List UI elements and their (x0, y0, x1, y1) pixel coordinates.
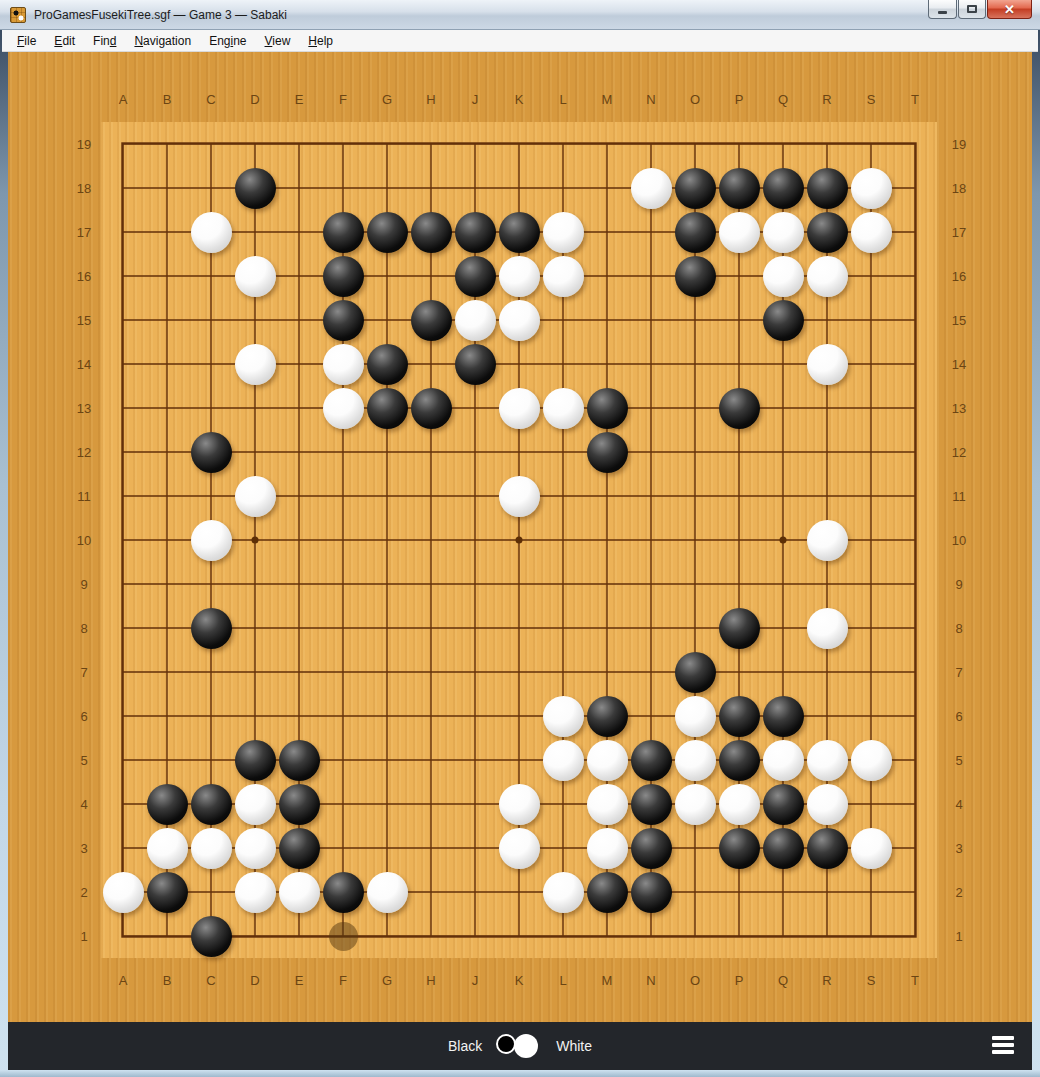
intersection-R15[interactable] (805, 298, 849, 342)
intersection-T4[interactable] (893, 782, 937, 826)
intersection-S3[interactable] (849, 826, 893, 870)
intersection-F13[interactable] (321, 386, 365, 430)
intersection-B12[interactable] (145, 430, 189, 474)
intersection-R6[interactable] (805, 694, 849, 738)
intersection-N11[interactable] (629, 474, 673, 518)
intersection-H2[interactable] (409, 870, 453, 914)
intersection-Q7[interactable] (761, 650, 805, 694)
intersection-M1[interactable] (585, 914, 629, 958)
intersection-J14[interactable] (453, 342, 497, 386)
intersection-M17[interactable] (585, 210, 629, 254)
intersection-B15[interactable] (145, 298, 189, 342)
intersection-G6[interactable] (365, 694, 409, 738)
intersection-G3[interactable] (365, 826, 409, 870)
intersection-T13[interactable] (893, 386, 937, 430)
intersection-L14[interactable] (541, 342, 585, 386)
intersection-G5[interactable] (365, 738, 409, 782)
intersection-N4[interactable] (629, 782, 673, 826)
intersection-D9[interactable] (233, 562, 277, 606)
intersection-G13[interactable] (365, 386, 409, 430)
intersection-O8[interactable] (673, 606, 717, 650)
intersection-N19[interactable] (629, 122, 673, 166)
intersection-E10[interactable] (277, 518, 321, 562)
intersection-D12[interactable] (233, 430, 277, 474)
intersection-O1[interactable] (673, 914, 717, 958)
intersection-O9[interactable] (673, 562, 717, 606)
intersection-D5[interactable] (233, 738, 277, 782)
intersection-C19[interactable] (189, 122, 233, 166)
intersection-M18[interactable] (585, 166, 629, 210)
intersection-K9[interactable] (497, 562, 541, 606)
intersection-O10[interactable] (673, 518, 717, 562)
intersection-K4[interactable] (497, 782, 541, 826)
intersection-Q4[interactable] (761, 782, 805, 826)
intersection-J5[interactable] (453, 738, 497, 782)
intersection-D16[interactable] (233, 254, 277, 298)
intersection-E11[interactable] (277, 474, 321, 518)
intersection-O11[interactable] (673, 474, 717, 518)
intersection-J9[interactable] (453, 562, 497, 606)
intersection-P16[interactable] (717, 254, 761, 298)
intersection-O14[interactable] (673, 342, 717, 386)
menu-help[interactable]: Help (299, 31, 342, 51)
intersection-E16[interactable] (277, 254, 321, 298)
intersection-E5[interactable] (277, 738, 321, 782)
intersection-G7[interactable] (365, 650, 409, 694)
intersection-P5[interactable] (717, 738, 761, 782)
intersection-K17[interactable] (497, 210, 541, 254)
intersection-T11[interactable] (893, 474, 937, 518)
intersection-A5[interactable] (101, 738, 145, 782)
intersection-K15[interactable] (497, 298, 541, 342)
intersection-H19[interactable] (409, 122, 453, 166)
intersection-S2[interactable] (849, 870, 893, 914)
intersection-F5[interactable] (321, 738, 365, 782)
intersection-J15[interactable] (453, 298, 497, 342)
intersection-N3[interactable] (629, 826, 673, 870)
intersection-H1[interactable] (409, 914, 453, 958)
intersection-C6[interactable] (189, 694, 233, 738)
intersection-S9[interactable] (849, 562, 893, 606)
intersection-L12[interactable] (541, 430, 585, 474)
intersection-M2[interactable] (585, 870, 629, 914)
intersection-E1[interactable] (277, 914, 321, 958)
intersection-K3[interactable] (497, 826, 541, 870)
intersection-J6[interactable] (453, 694, 497, 738)
intersection-O18[interactable] (673, 166, 717, 210)
intersection-C13[interactable] (189, 386, 233, 430)
intersection-R13[interactable] (805, 386, 849, 430)
intersection-B2[interactable] (145, 870, 189, 914)
intersection-H10[interactable] (409, 518, 453, 562)
intersection-B19[interactable] (145, 122, 189, 166)
intersection-B1[interactable] (145, 914, 189, 958)
intersection-A6[interactable] (101, 694, 145, 738)
intersection-B16[interactable] (145, 254, 189, 298)
intersection-A9[interactable] (101, 562, 145, 606)
intersection-S14[interactable] (849, 342, 893, 386)
intersection-A12[interactable] (101, 430, 145, 474)
intersection-L9[interactable] (541, 562, 585, 606)
intersection-Q2[interactable] (761, 870, 805, 914)
intersection-Q9[interactable] (761, 562, 805, 606)
intersection-H16[interactable] (409, 254, 453, 298)
intersection-L17[interactable] (541, 210, 585, 254)
intersection-M13[interactable] (585, 386, 629, 430)
intersection-T8[interactable] (893, 606, 937, 650)
intersection-R11[interactable] (805, 474, 849, 518)
intersection-O13[interactable] (673, 386, 717, 430)
intersection-B13[interactable] (145, 386, 189, 430)
intersection-K12[interactable] (497, 430, 541, 474)
intersection-T7[interactable] (893, 650, 937, 694)
intersection-G15[interactable] (365, 298, 409, 342)
intersection-B10[interactable] (145, 518, 189, 562)
intersection-C7[interactable] (189, 650, 233, 694)
intersection-Q8[interactable] (761, 606, 805, 650)
intersection-O17[interactable] (673, 210, 717, 254)
intersection-L2[interactable] (541, 870, 585, 914)
menu-edit[interactable]: Edit (45, 31, 84, 51)
intersection-C10[interactable] (189, 518, 233, 562)
intersection-Q14[interactable] (761, 342, 805, 386)
intersection-T15[interactable] (893, 298, 937, 342)
intersection-M12[interactable] (585, 430, 629, 474)
intersection-Q17[interactable] (761, 210, 805, 254)
intersection-A16[interactable] (101, 254, 145, 298)
intersection-K1[interactable] (497, 914, 541, 958)
intersection-H6[interactable] (409, 694, 453, 738)
intersection-G4[interactable] (365, 782, 409, 826)
intersection-M4[interactable] (585, 782, 629, 826)
intersection-T14[interactable] (893, 342, 937, 386)
menu-icon[interactable] (992, 1036, 1014, 1055)
intersection-S16[interactable] (849, 254, 893, 298)
intersection-J13[interactable] (453, 386, 497, 430)
intersection-B7[interactable] (145, 650, 189, 694)
intersection-L13[interactable] (541, 386, 585, 430)
intersection-C5[interactable] (189, 738, 233, 782)
intersection-C3[interactable] (189, 826, 233, 870)
intersection-A1[interactable] (101, 914, 145, 958)
intersection-G10[interactable] (365, 518, 409, 562)
intersection-S17[interactable] (849, 210, 893, 254)
menu-engine[interactable]: Engine (200, 31, 255, 51)
intersection-T17[interactable] (893, 210, 937, 254)
intersection-T10[interactable] (893, 518, 937, 562)
intersection-Q15[interactable] (761, 298, 805, 342)
intersection-G14[interactable] (365, 342, 409, 386)
intersection-C2[interactable] (189, 870, 233, 914)
intersection-E8[interactable] (277, 606, 321, 650)
intersection-T2[interactable] (893, 870, 937, 914)
intersection-T3[interactable] (893, 826, 937, 870)
intersection-N6[interactable] (629, 694, 673, 738)
intersection-A2[interactable] (101, 870, 145, 914)
intersection-A13[interactable] (101, 386, 145, 430)
intersection-D4[interactable] (233, 782, 277, 826)
intersection-G19[interactable] (365, 122, 409, 166)
intersection-K11[interactable] (497, 474, 541, 518)
intersection-L6[interactable] (541, 694, 585, 738)
intersection-P15[interactable] (717, 298, 761, 342)
intersection-F4[interactable] (321, 782, 365, 826)
intersection-F2[interactable] (321, 870, 365, 914)
intersection-O5[interactable] (673, 738, 717, 782)
intersection-L3[interactable] (541, 826, 585, 870)
intersection-F8[interactable] (321, 606, 365, 650)
intersection-L7[interactable] (541, 650, 585, 694)
intersection-J4[interactable] (453, 782, 497, 826)
close-button[interactable]: ✕ (987, 0, 1032, 19)
intersection-H3[interactable] (409, 826, 453, 870)
intersection-H15[interactable] (409, 298, 453, 342)
intersection-J17[interactable] (453, 210, 497, 254)
intersection-M15[interactable] (585, 298, 629, 342)
intersection-B3[interactable] (145, 826, 189, 870)
intersection-T9[interactable] (893, 562, 937, 606)
intersection-F18[interactable] (321, 166, 365, 210)
intersection-J10[interactable] (453, 518, 497, 562)
intersection-A15[interactable] (101, 298, 145, 342)
intersection-H13[interactable] (409, 386, 453, 430)
intersection-D3[interactable] (233, 826, 277, 870)
intersection-H5[interactable] (409, 738, 453, 782)
intersection-E4[interactable] (277, 782, 321, 826)
maximize-button[interactable] (958, 0, 986, 19)
intersection-E6[interactable] (277, 694, 321, 738)
intersection-M6[interactable] (585, 694, 629, 738)
intersection-E9[interactable] (277, 562, 321, 606)
intersection-J3[interactable] (453, 826, 497, 870)
intersection-K8[interactable] (497, 606, 541, 650)
intersection-P9[interactable] (717, 562, 761, 606)
intersection-O6[interactable] (673, 694, 717, 738)
intersection-N1[interactable] (629, 914, 673, 958)
intersection-K18[interactable] (497, 166, 541, 210)
intersection-K2[interactable] (497, 870, 541, 914)
intersection-P7[interactable] (717, 650, 761, 694)
intersection-Q13[interactable] (761, 386, 805, 430)
intersection-E17[interactable] (277, 210, 321, 254)
menu-view[interactable]: View (256, 31, 300, 51)
intersection-E13[interactable] (277, 386, 321, 430)
intersection-T12[interactable] (893, 430, 937, 474)
intersection-C12[interactable] (189, 430, 233, 474)
intersection-L19[interactable] (541, 122, 585, 166)
intersection-G8[interactable] (365, 606, 409, 650)
intersection-L5[interactable] (541, 738, 585, 782)
intersection-J16[interactable] (453, 254, 497, 298)
intersection-Q1[interactable] (761, 914, 805, 958)
intersection-K5[interactable] (497, 738, 541, 782)
intersection-S15[interactable] (849, 298, 893, 342)
intersection-A3[interactable] (101, 826, 145, 870)
intersection-D18[interactable] (233, 166, 277, 210)
intersection-M3[interactable] (585, 826, 629, 870)
intersection-D2[interactable] (233, 870, 277, 914)
intersection-D13[interactable] (233, 386, 277, 430)
intersection-N8[interactable] (629, 606, 673, 650)
intersection-O7[interactable] (673, 650, 717, 694)
intersection-H11[interactable] (409, 474, 453, 518)
intersection-N7[interactable] (629, 650, 673, 694)
intersection-R10[interactable] (805, 518, 849, 562)
intersection-C1[interactable] (189, 914, 233, 958)
intersection-P11[interactable] (717, 474, 761, 518)
intersection-F17[interactable] (321, 210, 365, 254)
intersection-N17[interactable] (629, 210, 673, 254)
intersection-E14[interactable] (277, 342, 321, 386)
intersection-H12[interactable] (409, 430, 453, 474)
intersection-H7[interactable] (409, 650, 453, 694)
intersection-S19[interactable] (849, 122, 893, 166)
intersection-G18[interactable] (365, 166, 409, 210)
intersection-F12[interactable] (321, 430, 365, 474)
intersection-A19[interactable] (101, 122, 145, 166)
intersection-S7[interactable] (849, 650, 893, 694)
intersection-D10[interactable] (233, 518, 277, 562)
intersection-Q19[interactable] (761, 122, 805, 166)
intersection-F7[interactable] (321, 650, 365, 694)
intersection-F15[interactable] (321, 298, 365, 342)
intersection-G2[interactable] (365, 870, 409, 914)
intersection-S11[interactable] (849, 474, 893, 518)
intersection-D14[interactable] (233, 342, 277, 386)
intersection-R12[interactable] (805, 430, 849, 474)
intersection-R9[interactable] (805, 562, 849, 606)
intersection-M10[interactable] (585, 518, 629, 562)
intersection-B11[interactable] (145, 474, 189, 518)
intersection-D11[interactable] (233, 474, 277, 518)
intersection-F14[interactable] (321, 342, 365, 386)
intersection-A18[interactable] (101, 166, 145, 210)
intersection-D15[interactable] (233, 298, 277, 342)
intersection-O2[interactable] (673, 870, 717, 914)
intersection-R17[interactable] (805, 210, 849, 254)
intersection-Q11[interactable] (761, 474, 805, 518)
intersection-Q6[interactable] (761, 694, 805, 738)
intersection-L16[interactable] (541, 254, 585, 298)
intersection-P17[interactable] (717, 210, 761, 254)
intersection-P18[interactable] (717, 166, 761, 210)
intersection-F9[interactable] (321, 562, 365, 606)
intersection-B14[interactable] (145, 342, 189, 386)
intersection-A17[interactable] (101, 210, 145, 254)
intersection-P8[interactable] (717, 606, 761, 650)
intersection-A14[interactable] (101, 342, 145, 386)
intersection-R7[interactable] (805, 650, 849, 694)
intersection-M14[interactable] (585, 342, 629, 386)
intersection-M8[interactable] (585, 606, 629, 650)
intersection-O4[interactable] (673, 782, 717, 826)
intersection-Q12[interactable] (761, 430, 805, 474)
intersection-O15[interactable] (673, 298, 717, 342)
intersection-Q5[interactable] (761, 738, 805, 782)
intersection-T6[interactable] (893, 694, 937, 738)
intersection-N12[interactable] (629, 430, 673, 474)
intersection-F10[interactable] (321, 518, 365, 562)
intersection-H14[interactable] (409, 342, 453, 386)
intersection-B18[interactable] (145, 166, 189, 210)
intersection-G12[interactable] (365, 430, 409, 474)
intersection-D17[interactable] (233, 210, 277, 254)
intersection-R14[interactable] (805, 342, 849, 386)
intersection-D1[interactable] (233, 914, 277, 958)
intersection-O16[interactable] (673, 254, 717, 298)
intersection-H4[interactable] (409, 782, 453, 826)
intersection-L15[interactable] (541, 298, 585, 342)
intersection-G17[interactable] (365, 210, 409, 254)
intersection-C11[interactable] (189, 474, 233, 518)
intersection-J8[interactable] (453, 606, 497, 650)
intersection-F6[interactable] (321, 694, 365, 738)
intersection-K16[interactable] (497, 254, 541, 298)
intersection-A4[interactable] (101, 782, 145, 826)
intersection-K7[interactable] (497, 650, 541, 694)
intersection-P4[interactable] (717, 782, 761, 826)
intersection-K14[interactable] (497, 342, 541, 386)
intersection-M11[interactable] (585, 474, 629, 518)
intersection-E3[interactable] (277, 826, 321, 870)
intersection-O12[interactable] (673, 430, 717, 474)
intersection-D19[interactable] (233, 122, 277, 166)
intersection-M19[interactable] (585, 122, 629, 166)
intersection-A7[interactable] (101, 650, 145, 694)
intersection-S12[interactable] (849, 430, 893, 474)
intersection-L1[interactable] (541, 914, 585, 958)
intersection-C9[interactable] (189, 562, 233, 606)
intersection-M16[interactable] (585, 254, 629, 298)
intersection-O19[interactable] (673, 122, 717, 166)
intersection-P19[interactable] (717, 122, 761, 166)
intersection-J12[interactable] (453, 430, 497, 474)
intersection-M5[interactable] (585, 738, 629, 782)
intersection-C18[interactable] (189, 166, 233, 210)
intersection-R3[interactable] (805, 826, 849, 870)
intersection-L10[interactable] (541, 518, 585, 562)
intersection-N16[interactable] (629, 254, 673, 298)
intersection-L8[interactable] (541, 606, 585, 650)
intersection-O3[interactable] (673, 826, 717, 870)
intersection-N2[interactable] (629, 870, 673, 914)
intersection-B5[interactable] (145, 738, 189, 782)
intersection-H8[interactable] (409, 606, 453, 650)
intersection-C4[interactable] (189, 782, 233, 826)
intersection-A10[interactable] (101, 518, 145, 562)
intersection-D8[interactable] (233, 606, 277, 650)
intersection-N18[interactable] (629, 166, 673, 210)
intersection-G16[interactable] (365, 254, 409, 298)
intersection-L4[interactable] (541, 782, 585, 826)
intersection-T5[interactable] (893, 738, 937, 782)
intersection-Q16[interactable] (761, 254, 805, 298)
intersection-B4[interactable] (145, 782, 189, 826)
intersection-F1[interactable] (321, 914, 365, 958)
intersection-P12[interactable] (717, 430, 761, 474)
intersection-P6[interactable] (717, 694, 761, 738)
intersection-P14[interactable] (717, 342, 761, 386)
intersection-S13[interactable] (849, 386, 893, 430)
intersection-T16[interactable] (893, 254, 937, 298)
intersection-R16[interactable] (805, 254, 849, 298)
intersection-S6[interactable] (849, 694, 893, 738)
intersection-L11[interactable] (541, 474, 585, 518)
intersection-B9[interactable] (145, 562, 189, 606)
intersection-Q18[interactable] (761, 166, 805, 210)
intersection-T19[interactable] (893, 122, 937, 166)
intersection-N9[interactable] (629, 562, 673, 606)
